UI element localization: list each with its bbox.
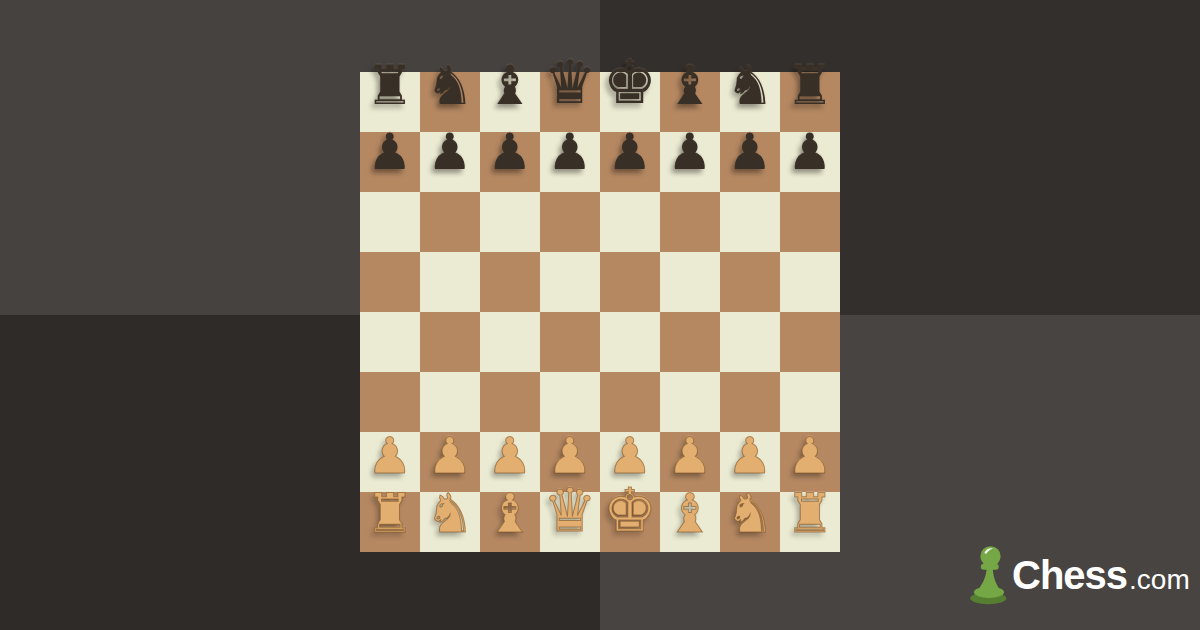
square-e6[interactable] <box>600 192 660 252</box>
square-f3[interactable] <box>660 372 720 432</box>
square-c3[interactable] <box>480 372 540 432</box>
square-c6[interactable] <box>480 192 540 252</box>
black-pawn[interactable]: ♟ <box>780 122 840 182</box>
square-c7[interactable]: ♟ <box>480 132 540 192</box>
square-f6[interactable] <box>660 192 720 252</box>
square-b1[interactable]: ♞ <box>420 492 480 552</box>
black-queen[interactable]: ♛ <box>540 52 600 112</box>
square-a4[interactable] <box>360 312 420 372</box>
chess-board: ♜♞♝♛♚♝♞♜♟♟♟♟♟♟♟♟♟♟♟♟♟♟♟♟♜♞♝♛♚♝♞♜ <box>360 72 840 552</box>
square-a1[interactable]: ♜ <box>360 492 420 552</box>
black-pawn[interactable]: ♟ <box>660 122 720 182</box>
square-f7[interactable]: ♟ <box>660 132 720 192</box>
white-pawn[interactable]: ♟ <box>720 426 780 486</box>
square-h3[interactable] <box>780 372 840 432</box>
square-e7[interactable]: ♟ <box>600 132 660 192</box>
white-king[interactable]: ♚ <box>600 480 660 540</box>
square-b4[interactable] <box>420 312 480 372</box>
black-rook[interactable]: ♜ <box>360 56 420 116</box>
square-g4[interactable] <box>720 312 780 372</box>
square-a6[interactable] <box>360 192 420 252</box>
white-queen[interactable]: ♛ <box>540 480 600 540</box>
square-d3[interactable] <box>540 372 600 432</box>
black-bishop[interactable]: ♝ <box>660 56 720 116</box>
square-a3[interactable] <box>360 372 420 432</box>
square-d5[interactable] <box>540 252 600 312</box>
square-g1[interactable]: ♞ <box>720 492 780 552</box>
square-d4[interactable] <box>540 312 600 372</box>
white-bishop[interactable]: ♝ <box>660 484 720 544</box>
white-rook[interactable]: ♜ <box>780 484 840 544</box>
square-f1[interactable]: ♝ <box>660 492 720 552</box>
black-pawn[interactable]: ♟ <box>420 122 480 182</box>
chesscom-pawn-icon <box>966 545 1012 605</box>
square-g3[interactable] <box>720 372 780 432</box>
square-e4[interactable] <box>600 312 660 372</box>
black-pawn[interactable]: ♟ <box>600 122 660 182</box>
square-g5[interactable] <box>720 252 780 312</box>
white-pawn[interactable]: ♟ <box>780 426 840 486</box>
square-h6[interactable] <box>780 192 840 252</box>
black-knight[interactable]: ♞ <box>420 56 480 116</box>
square-e3[interactable] <box>600 372 660 432</box>
square-b6[interactable] <box>420 192 480 252</box>
square-b7[interactable]: ♟ <box>420 132 480 192</box>
square-b5[interactable] <box>420 252 480 312</box>
square-c4[interactable] <box>480 312 540 372</box>
black-bishop[interactable]: ♝ <box>480 56 540 116</box>
square-h7[interactable]: ♟ <box>780 132 840 192</box>
square-h4[interactable] <box>780 312 840 372</box>
black-pawn[interactable]: ♟ <box>360 122 420 182</box>
square-g6[interactable] <box>720 192 780 252</box>
square-d7[interactable]: ♟ <box>540 132 600 192</box>
white-pawn[interactable]: ♟ <box>660 426 720 486</box>
black-pawn[interactable]: ♟ <box>540 122 600 182</box>
logo-tld-text: .com <box>1129 566 1190 594</box>
black-king[interactable]: ♚ <box>600 52 660 112</box>
black-rook[interactable]: ♜ <box>780 56 840 116</box>
white-pawn[interactable]: ♟ <box>480 426 540 486</box>
square-f4[interactable] <box>660 312 720 372</box>
square-b3[interactable] <box>420 372 480 432</box>
square-h5[interactable] <box>780 252 840 312</box>
square-c5[interactable] <box>480 252 540 312</box>
square-e1[interactable]: ♚ <box>600 492 660 552</box>
square-d1[interactable]: ♛ <box>540 492 600 552</box>
square-a5[interactable] <box>360 252 420 312</box>
black-pawn[interactable]: ♟ <box>480 122 540 182</box>
square-h1[interactable]: ♜ <box>780 492 840 552</box>
black-pawn[interactable]: ♟ <box>720 122 780 182</box>
square-g7[interactable]: ♟ <box>720 132 780 192</box>
white-bishop[interactable]: ♝ <box>480 484 540 544</box>
white-knight[interactable]: ♞ <box>420 484 480 544</box>
white-pawn[interactable]: ♟ <box>420 426 480 486</box>
square-e5[interactable] <box>600 252 660 312</box>
white-pawn[interactable]: ♟ <box>360 426 420 486</box>
black-knight[interactable]: ♞ <box>720 56 780 116</box>
white-knight[interactable]: ♞ <box>720 484 780 544</box>
logo-brand-text: Chess <box>1012 555 1127 595</box>
square-a7[interactable]: ♟ <box>360 132 420 192</box>
square-c1[interactable]: ♝ <box>480 492 540 552</box>
white-rook[interactable]: ♜ <box>360 484 420 544</box>
chesscom-logo[interactable]: Chess .com <box>966 543 1190 605</box>
square-f5[interactable] <box>660 252 720 312</box>
square-d6[interactable] <box>540 192 600 252</box>
